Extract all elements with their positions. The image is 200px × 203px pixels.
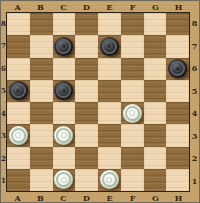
rank-label-8: 8 <box>190 12 199 35</box>
square-d5[interactable] <box>75 80 98 102</box>
rank-label-5: 5 <box>190 80 199 103</box>
square-d6[interactable] <box>75 58 98 80</box>
checkers-app-window: ABCDEFGH ABCDEFGH 87654321 87654321 <box>0 0 200 203</box>
rank-label-2: 2 <box>190 147 199 170</box>
file-label-f: F <box>121 1 144 12</box>
square-d1[interactable] <box>75 169 98 191</box>
file-label-g: G <box>144 192 167 203</box>
square-b3[interactable] <box>30 124 53 146</box>
square-c8[interactable] <box>53 13 76 35</box>
square-g5[interactable] <box>144 80 167 102</box>
square-e8[interactable] <box>98 13 121 35</box>
white-piece-c1[interactable] <box>54 170 73 189</box>
square-g2[interactable] <box>144 147 167 169</box>
file-label-e: E <box>98 192 121 203</box>
square-a3[interactable] <box>7 124 30 146</box>
square-b7[interactable] <box>30 35 53 57</box>
square-e5[interactable] <box>98 80 121 102</box>
square-h5[interactable] <box>166 80 189 102</box>
square-d8[interactable] <box>75 13 98 35</box>
square-a1[interactable] <box>7 169 30 191</box>
square-e6[interactable] <box>98 58 121 80</box>
white-piece-c3[interactable] <box>54 126 73 145</box>
file-label-g: G <box>144 1 167 12</box>
square-b8[interactable] <box>30 13 53 35</box>
square-h7[interactable] <box>166 35 189 57</box>
file-label-a: A <box>6 1 29 12</box>
square-c6[interactable] <box>53 58 76 80</box>
rank-label-1: 1 <box>190 170 199 193</box>
black-piece-e7[interactable] <box>100 37 119 56</box>
square-e1[interactable] <box>98 169 121 191</box>
rank-label-7: 7 <box>190 35 199 58</box>
square-c7[interactable] <box>53 35 76 57</box>
square-f3[interactable] <box>121 124 144 146</box>
square-h4[interactable] <box>166 102 189 124</box>
square-e7[interactable] <box>98 35 121 57</box>
black-piece-a5[interactable] <box>9 81 28 100</box>
file-label-d: D <box>75 192 98 203</box>
square-b6[interactable] <box>30 58 53 80</box>
square-a7[interactable] <box>7 35 30 57</box>
square-g4[interactable] <box>144 102 167 124</box>
square-b4[interactable] <box>30 102 53 124</box>
square-g1[interactable] <box>144 169 167 191</box>
square-a5[interactable] <box>7 80 30 102</box>
white-piece-e1[interactable] <box>100 170 119 189</box>
file-label-c: C <box>52 1 75 12</box>
file-label-e: E <box>98 1 121 12</box>
file-labels-top: ABCDEFGH <box>6 1 190 12</box>
square-f1[interactable] <box>121 169 144 191</box>
square-h3[interactable] <box>166 124 189 146</box>
file-label-h: H <box>167 192 190 203</box>
square-a6[interactable] <box>7 58 30 80</box>
black-piece-h6[interactable] <box>168 59 187 78</box>
rank-label-4: 4 <box>190 102 199 125</box>
square-d2[interactable] <box>75 147 98 169</box>
square-d3[interactable] <box>75 124 98 146</box>
square-a8[interactable] <box>7 13 30 35</box>
rank-label-6: 6 <box>190 57 199 80</box>
square-h8[interactable] <box>166 13 189 35</box>
square-c1[interactable] <box>53 169 76 191</box>
square-d4[interactable] <box>75 102 98 124</box>
square-g8[interactable] <box>144 13 167 35</box>
file-label-b: B <box>29 1 52 12</box>
square-b2[interactable] <box>30 147 53 169</box>
square-c3[interactable] <box>53 124 76 146</box>
square-g7[interactable] <box>144 35 167 57</box>
square-c4[interactable] <box>53 102 76 124</box>
square-f5[interactable] <box>121 80 144 102</box>
white-piece-f4[interactable] <box>123 104 142 123</box>
square-c5[interactable] <box>53 80 76 102</box>
rank-labels-right: 87654321 <box>190 12 199 192</box>
square-e2[interactable] <box>98 147 121 169</box>
white-piece-a3[interactable] <box>9 126 28 145</box>
square-a2[interactable] <box>7 147 30 169</box>
square-h6[interactable] <box>166 58 189 80</box>
square-h1[interactable] <box>166 169 189 191</box>
file-label-b: B <box>29 192 52 203</box>
square-b5[interactable] <box>30 80 53 102</box>
file-label-c: C <box>52 192 75 203</box>
rank-label-3: 3 <box>190 125 199 148</box>
file-labels-bottom: ABCDEFGH <box>6 192 190 203</box>
square-e3[interactable] <box>98 124 121 146</box>
square-f6[interactable] <box>121 58 144 80</box>
square-c2[interactable] <box>53 147 76 169</box>
file-label-h: H <box>167 1 190 12</box>
square-a4[interactable] <box>7 102 30 124</box>
checkers-board <box>6 12 190 192</box>
square-f4[interactable] <box>121 102 144 124</box>
file-label-a: A <box>6 192 29 203</box>
square-b1[interactable] <box>30 169 53 191</box>
black-piece-c5[interactable] <box>54 81 73 100</box>
square-d7[interactable] <box>75 35 98 57</box>
square-f8[interactable] <box>121 13 144 35</box>
file-label-f: F <box>121 192 144 203</box>
square-f7[interactable] <box>121 35 144 57</box>
black-piece-c7[interactable] <box>54 37 73 56</box>
square-g6[interactable] <box>144 58 167 80</box>
square-g3[interactable] <box>144 124 167 146</box>
square-e4[interactable] <box>98 102 121 124</box>
square-f2[interactable] <box>121 147 144 169</box>
file-label-d: D <box>75 1 98 12</box>
square-h2[interactable] <box>166 147 189 169</box>
